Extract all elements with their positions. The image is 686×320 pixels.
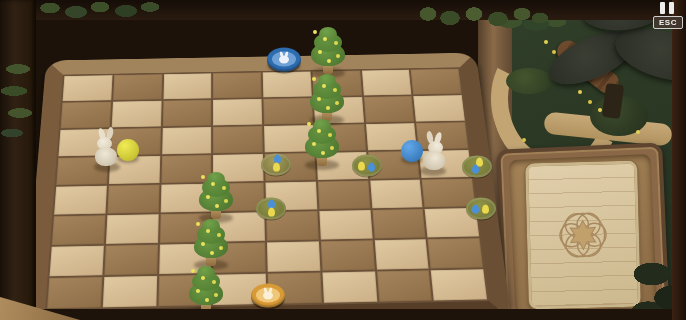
pause-bar-icon: [669, 2, 674, 14]
leaf-garland: [38, 0, 168, 26]
square-r6c4[interactable]: [213, 212, 265, 242]
square-r4c8[interactable]: [419, 150, 472, 178]
square-r6c6[interactable]: [319, 210, 372, 240]
hud: ESC: [648, 0, 686, 30]
square-r2c5[interactable]: [263, 98, 313, 125]
square-r8c4[interactable]: [213, 274, 266, 305]
square-r3c8[interactable]: [416, 122, 468, 149]
right-pillar: [672, 0, 686, 320]
board-frame: [24, 53, 512, 320]
pause-bar-icon: [660, 2, 665, 14]
square-r6c7[interactable]: [372, 209, 426, 239]
square-r4c5[interactable]: [265, 153, 316, 181]
square-r6c2[interactable]: [106, 214, 159, 244]
square-r8c7[interactable]: [377, 270, 432, 301]
square-r8c6[interactable]: [322, 271, 377, 302]
square-r7c1[interactable]: [49, 246, 103, 277]
square-r2c6[interactable]: [313, 97, 363, 124]
square-r7c4[interactable]: [213, 242, 266, 273]
square-r5c2[interactable]: [107, 185, 159, 214]
bush-foliage: [319, 27, 337, 41]
square-r1c7[interactable]: [362, 70, 412, 96]
fern-icon: [0, 55, 46, 145]
square-r6c3[interactable]: [159, 213, 211, 243]
square-r2c1[interactable]: [61, 102, 111, 129]
square-r4c7[interactable]: [368, 151, 420, 179]
square-r5c1[interactable]: [54, 186, 107, 215]
square-r4c3[interactable]: [161, 155, 211, 183]
square-r5c7[interactable]: [370, 180, 423, 209]
square-r3c7[interactable]: [366, 123, 417, 150]
square-r1c5[interactable]: [263, 72, 312, 98]
square-r3c6[interactable]: [315, 124, 366, 151]
floor-strip: [0, 309, 686, 320]
square-r5c4[interactable]: [213, 183, 264, 212]
square-r2c8[interactable]: [414, 95, 465, 121]
square-r2c7[interactable]: [364, 96, 415, 122]
square-r4c1[interactable]: [56, 157, 108, 185]
square-r5c3[interactable]: [160, 184, 211, 213]
square-r1c4[interactable]: [213, 72, 261, 98]
card-deck[interactable]: [525, 161, 641, 310]
square-r6c1[interactable]: [52, 215, 105, 245]
square-r8c3[interactable]: [158, 275, 211, 306]
square-r8c1[interactable]: [47, 277, 102, 309]
square-r3c1[interactable]: [58, 129, 109, 156]
square-r2c2[interactable]: [111, 101, 161, 128]
square-r1c3[interactable]: [163, 73, 211, 99]
square-r8c5[interactable]: [268, 273, 322, 304]
square-r4c2[interactable]: [109, 156, 160, 184]
square-r3c3[interactable]: [162, 127, 212, 154]
square-r5c8[interactable]: [422, 179, 476, 208]
square-r2c4[interactable]: [213, 99, 262, 126]
square-r5c6[interactable]: [318, 181, 370, 210]
square-r4c6[interactable]: [316, 152, 368, 180]
square-r6c8[interactable]: [425, 208, 479, 238]
grass-tuft: [418, 2, 548, 32]
board-grid: [45, 67, 489, 310]
square-r6c5[interactable]: [266, 211, 318, 241]
square-r1c2[interactable]: [113, 74, 162, 100]
square-r8c8[interactable]: [431, 269, 487, 300]
square-r5c5[interactable]: [265, 182, 317, 211]
square-r8c2[interactable]: [103, 276, 157, 307]
square-r3c4[interactable]: [213, 126, 263, 153]
square-r7c5[interactable]: [267, 241, 320, 271]
square-r1c6[interactable]: [312, 71, 361, 97]
bush-foliage: [314, 33, 342, 52]
bush-flowers: [313, 30, 317, 34]
square-r1c1[interactable]: [63, 75, 113, 101]
garden-bush: [506, 68, 552, 94]
square-r4c4[interactable]: [213, 154, 263, 182]
square-r7c6[interactable]: [321, 240, 375, 270]
left-wall-panel: [0, 0, 36, 320]
pause-button[interactable]: [657, 2, 679, 14]
card-rosette-icon: [546, 198, 620, 272]
square-r3c2[interactable]: [110, 128, 160, 155]
game-board: [24, 53, 512, 320]
square-r7c2[interactable]: [104, 245, 157, 276]
square-r7c7[interactable]: [374, 239, 429, 269]
esc-key-hint: ESC: [653, 16, 683, 29]
square-r1c8[interactable]: [411, 69, 462, 95]
square-r7c8[interactable]: [428, 238, 483, 268]
square-r7c3[interactable]: [159, 244, 212, 275]
square-r3c5[interactable]: [264, 125, 314, 152]
square-r2c3[interactable]: [162, 100, 211, 127]
